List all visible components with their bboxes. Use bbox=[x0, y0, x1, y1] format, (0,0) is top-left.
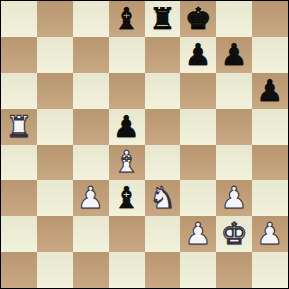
square-h2[interactable]: ♟ bbox=[252, 216, 288, 252]
black-king[interactable]: ♚ bbox=[185, 4, 212, 34]
black-pawn[interactable]: ♟ bbox=[221, 40, 248, 70]
square-b7[interactable] bbox=[37, 37, 73, 73]
square-b4[interactable] bbox=[37, 145, 73, 181]
square-d2[interactable] bbox=[109, 216, 145, 252]
square-f2[interactable]: ♟ bbox=[180, 216, 216, 252]
square-b8[interactable] bbox=[37, 1, 73, 37]
square-c6[interactable] bbox=[73, 73, 109, 109]
square-a5[interactable]: ♜ bbox=[1, 109, 37, 145]
square-h1[interactable] bbox=[252, 252, 288, 288]
square-g2[interactable]: ♚ bbox=[216, 216, 252, 252]
square-h5[interactable] bbox=[252, 109, 288, 145]
square-b6[interactable] bbox=[37, 73, 73, 109]
square-c3[interactable]: ♟ bbox=[73, 180, 109, 216]
square-d6[interactable] bbox=[109, 73, 145, 109]
square-e6[interactable] bbox=[145, 73, 181, 109]
square-e1[interactable] bbox=[145, 252, 181, 288]
white-pawn[interactable]: ♟ bbox=[221, 183, 248, 213]
square-g3[interactable]: ♟ bbox=[216, 180, 252, 216]
black-pawn[interactable]: ♟ bbox=[185, 40, 212, 70]
black-bishop[interactable]: ♝ bbox=[113, 4, 140, 34]
square-h8[interactable] bbox=[252, 1, 288, 37]
white-pawn[interactable]: ♟ bbox=[185, 219, 212, 249]
white-pawn[interactable]: ♟ bbox=[77, 183, 104, 213]
black-pawn[interactable]: ♟ bbox=[113, 112, 140, 142]
square-f5[interactable] bbox=[180, 109, 216, 145]
white-knight[interactable]: ♞ bbox=[149, 183, 176, 213]
square-e8[interactable]: ♜ bbox=[145, 1, 181, 37]
square-a6[interactable] bbox=[1, 73, 37, 109]
square-d1[interactable] bbox=[109, 252, 145, 288]
square-d5[interactable]: ♟ bbox=[109, 109, 145, 145]
square-b3[interactable] bbox=[37, 180, 73, 216]
square-g5[interactable] bbox=[216, 109, 252, 145]
square-h3[interactable] bbox=[252, 180, 288, 216]
square-d4[interactable]: ♝ bbox=[109, 145, 145, 181]
square-a7[interactable] bbox=[1, 37, 37, 73]
square-e3[interactable]: ♞ bbox=[145, 180, 181, 216]
square-f8[interactable]: ♚ bbox=[180, 1, 216, 37]
square-a8[interactable] bbox=[1, 1, 37, 37]
white-king[interactable]: ♚ bbox=[221, 219, 248, 249]
black-rook[interactable]: ♜ bbox=[149, 4, 176, 34]
square-g7[interactable]: ♟ bbox=[216, 37, 252, 73]
square-d8[interactable]: ♝ bbox=[109, 1, 145, 37]
square-d7[interactable] bbox=[109, 37, 145, 73]
square-c5[interactable] bbox=[73, 109, 109, 145]
square-f1[interactable] bbox=[180, 252, 216, 288]
square-h6[interactable]: ♟ bbox=[252, 73, 288, 109]
square-g4[interactable] bbox=[216, 145, 252, 181]
square-a1[interactable] bbox=[1, 252, 37, 288]
square-f6[interactable] bbox=[180, 73, 216, 109]
square-f4[interactable] bbox=[180, 145, 216, 181]
square-d3[interactable]: ♝ bbox=[109, 180, 145, 216]
square-c4[interactable] bbox=[73, 145, 109, 181]
square-f3[interactable] bbox=[180, 180, 216, 216]
square-h7[interactable] bbox=[252, 37, 288, 73]
chess-board: ♝♜♚♟♟♟♜♟♝♟♝♞♟♟♚♟ bbox=[0, 0, 289, 289]
square-c8[interactable] bbox=[73, 1, 109, 37]
square-b1[interactable] bbox=[37, 252, 73, 288]
square-g1[interactable] bbox=[216, 252, 252, 288]
square-g6[interactable] bbox=[216, 73, 252, 109]
square-e7[interactable] bbox=[145, 37, 181, 73]
white-bishop[interactable]: ♝ bbox=[113, 147, 140, 177]
square-c1[interactable] bbox=[73, 252, 109, 288]
square-h4[interactable] bbox=[252, 145, 288, 181]
square-f7[interactable]: ♟ bbox=[180, 37, 216, 73]
white-rook[interactable]: ♜ bbox=[5, 112, 32, 142]
square-e2[interactable] bbox=[145, 216, 181, 252]
chess-board-window: ♝♜♚♟♟♟♜♟♝♟♝♞♟♟♚♟ bbox=[0, 0, 289, 289]
black-bishop[interactable]: ♝ bbox=[113, 183, 140, 213]
square-c2[interactable] bbox=[73, 216, 109, 252]
square-a4[interactable] bbox=[1, 145, 37, 181]
square-b2[interactable] bbox=[37, 216, 73, 252]
square-e4[interactable] bbox=[145, 145, 181, 181]
square-b5[interactable] bbox=[37, 109, 73, 145]
black-pawn[interactable]: ♟ bbox=[257, 76, 284, 106]
square-c7[interactable] bbox=[73, 37, 109, 73]
white-pawn[interactable]: ♟ bbox=[257, 219, 284, 249]
square-a2[interactable] bbox=[1, 216, 37, 252]
square-a3[interactable] bbox=[1, 180, 37, 216]
square-g8[interactable] bbox=[216, 1, 252, 37]
square-e5[interactable] bbox=[145, 109, 181, 145]
